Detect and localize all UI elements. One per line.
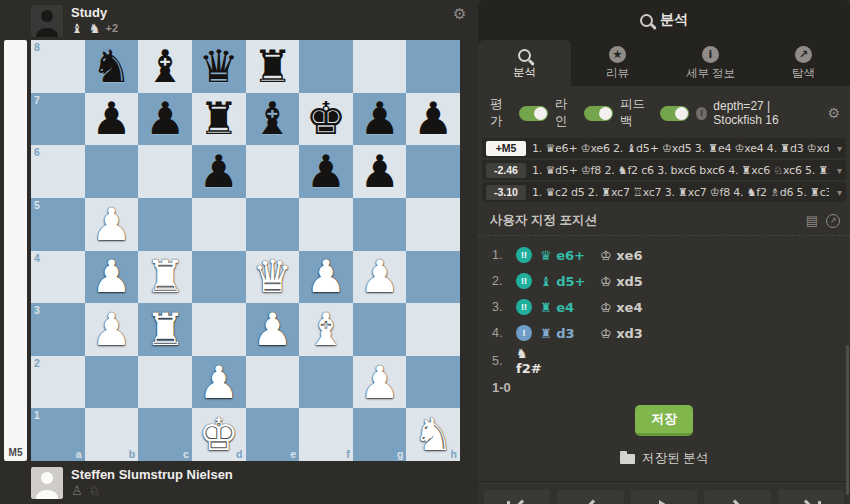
eval-toggle[interactable] bbox=[519, 106, 548, 121]
white-pawn: ♟ bbox=[246, 303, 300, 356]
mate-label: M5 bbox=[4, 447, 27, 458]
rank-label: 3 bbox=[34, 304, 40, 316]
square-a5[interactable]: 5 bbox=[31, 198, 85, 251]
evaluation-bar: M5 bbox=[4, 40, 27, 461]
file-label: g bbox=[397, 448, 403, 460]
square-e6[interactable] bbox=[246, 145, 300, 198]
white-pawn: ♟ bbox=[353, 356, 407, 409]
square-e5[interactable] bbox=[246, 198, 300, 251]
square-a6[interactable]: 6 bbox=[31, 145, 85, 198]
square-g6[interactable]: ♟ bbox=[353, 145, 407, 198]
white-move[interactable]: ♛ e6+ bbox=[540, 248, 600, 263]
square-h3[interactable] bbox=[406, 303, 460, 356]
square-f7[interactable]: ♚ bbox=[299, 93, 353, 146]
engine-bulb-icon: ! bbox=[696, 107, 707, 120]
square-f6[interactable]: ♟ bbox=[299, 145, 353, 198]
move-row: 2. !! ♝ d5+ ♔ xd5 bbox=[492, 268, 850, 294]
file-label: f bbox=[346, 448, 350, 460]
toggle-label-eval: 평가 bbox=[490, 96, 512, 130]
great-move-badge: ! bbox=[516, 325, 532, 341]
white-move[interactable]: ♝ d5+ bbox=[540, 274, 600, 289]
tab-bar: 분석 ★ 리뷰 i 세부 정보 ↗ 탐색 bbox=[478, 40, 850, 86]
black-rook: ♜ bbox=[246, 40, 300, 93]
previous-move-button[interactable] bbox=[557, 490, 623, 504]
white-pawn: ♟ bbox=[353, 251, 407, 304]
square-f3[interactable]: ♝ bbox=[299, 303, 353, 356]
move-row: 1. !! ♛ e6+ ♔ xe6 bbox=[492, 242, 850, 268]
square-b5[interactable]: ♟ bbox=[85, 198, 139, 251]
square-d4[interactable] bbox=[192, 251, 246, 304]
tab-explore[interactable]: ↗ 탐색 bbox=[757, 40, 850, 86]
toggle-label-lines: 라인 bbox=[555, 96, 577, 130]
black-bishop: ♝ bbox=[246, 93, 300, 146]
white-pawn: ♟ bbox=[85, 251, 139, 304]
square-h4[interactable] bbox=[406, 251, 460, 304]
black-move[interactable]: ♔ xd3 bbox=[600, 326, 850, 341]
square-g1[interactable]: g bbox=[353, 408, 407, 461]
square-g2[interactable]: ♟ bbox=[353, 356, 407, 409]
explore-circle-icon[interactable]: ↗ bbox=[826, 214, 840, 228]
square-a3[interactable]: 3 bbox=[31, 303, 85, 356]
square-h5[interactable] bbox=[406, 198, 460, 251]
white-rook: ♜ bbox=[138, 251, 192, 304]
square-a2[interactable]: 2 bbox=[31, 356, 85, 409]
square-e3[interactable]: ♟ bbox=[246, 303, 300, 356]
square-g7[interactable]: ♟ bbox=[353, 93, 407, 146]
first-move-button[interactable] bbox=[484, 490, 550, 504]
navigation-row bbox=[478, 482, 850, 504]
white-bishop: ♝ bbox=[299, 303, 353, 356]
custom-position-header: 사용자 지정 포지션 ▤ ↗ bbox=[478, 206, 850, 236]
scrollbar[interactable] bbox=[846, 345, 849, 495]
black-pawn: ♟ bbox=[138, 93, 192, 146]
white-pawn: ♟ bbox=[85, 303, 139, 356]
square-b8[interactable]: ♞ bbox=[85, 40, 139, 93]
black-pawn: ♟ bbox=[192, 145, 246, 198]
square-a4[interactable]: 4 bbox=[31, 251, 85, 304]
white-queen: ♛ bbox=[246, 251, 300, 304]
engine-line-3[interactable]: -3.10 1. ♛c2 d5 2. ♜xc7 ♖xc7 3. ♜xc7 ♔f8… bbox=[482, 182, 846, 202]
move-row: 4. ! ♜ d3 ♔ xd3 bbox=[492, 320, 850, 346]
bottom-player-bar: Steffen Slumstrup Nielsen ♙ ♘ bbox=[31, 464, 461, 502]
file-label: a bbox=[76, 448, 82, 460]
next-move-button[interactable] bbox=[704, 490, 770, 504]
tab-review[interactable]: ★ 리뷰 bbox=[571, 40, 664, 86]
black-pawn: ♟ bbox=[353, 93, 407, 146]
square-f4[interactable]: ♟ bbox=[299, 251, 353, 304]
line-moves: 1. ♛d5+ ♔f8 2. ♞f2 c6 3. bxc6 bxc6 4. ♜x… bbox=[532, 164, 829, 177]
analysis-app: Study ♝ ♞ +2 ⚙ M5 8♞♝♛♜7♟♟♜♝♚♟♟6♟♟♟5♟4♟♜… bbox=[0, 0, 850, 504]
engine-status: depth=27 | Stockfish 16 bbox=[713, 99, 821, 127]
top-player-bar: Study ♝ ♞ +2 bbox=[31, 2, 461, 40]
square-h1[interactable]: h♞ bbox=[406, 408, 460, 461]
square-c1[interactable]: c bbox=[138, 408, 192, 461]
folder-icon bbox=[620, 454, 635, 464]
square-h2[interactable] bbox=[406, 356, 460, 409]
black-bishop: ♝ bbox=[138, 40, 192, 93]
white-knight: ♞ bbox=[406, 408, 460, 461]
square-a8[interactable]: 8 bbox=[31, 40, 85, 93]
chevron-down-icon[interactable]: ▾ bbox=[837, 187, 842, 198]
white-pawn: ♟ bbox=[299, 251, 353, 304]
square-c8[interactable]: ♝ bbox=[138, 40, 192, 93]
square-c2[interactable] bbox=[138, 356, 192, 409]
square-e4[interactable]: ♛ bbox=[246, 251, 300, 304]
square-a7[interactable]: 7 bbox=[31, 93, 85, 146]
save-button[interactable]: 저장 bbox=[635, 405, 693, 436]
square-g5[interactable] bbox=[353, 198, 407, 251]
material-advantage: +2 bbox=[105, 22, 118, 35]
white-rook: ♜ bbox=[138, 303, 192, 356]
move-row: 3. !! ♜ e4 ♔ xe4 bbox=[492, 294, 850, 320]
engine-settings-gear-icon[interactable]: ⚙ bbox=[827, 105, 840, 121]
notebook-icon[interactable]: ▤ bbox=[806, 213, 818, 228]
analysis-magnifier-icon bbox=[640, 14, 653, 27]
black-pawn: ♟ bbox=[299, 145, 353, 198]
analysis-panel: 분석 분석 ★ 리뷰 i 세부 정보 ↗ 탐색 평가 라인 bbox=[478, 0, 850, 504]
black-pawn: ♟ bbox=[353, 145, 407, 198]
square-e7[interactable]: ♝ bbox=[246, 93, 300, 146]
square-g3[interactable] bbox=[353, 303, 407, 356]
black-move[interactable]: ♔ xe4 bbox=[600, 300, 850, 315]
square-f1[interactable]: f bbox=[299, 408, 353, 461]
move-row: 5. ♞ f2# bbox=[492, 346, 850, 372]
compass-icon: ↗ bbox=[795, 46, 812, 63]
square-g4[interactable]: ♟ bbox=[353, 251, 407, 304]
white-pawn: ♟ bbox=[85, 198, 139, 251]
bottom-player-name: Steffen Slumstrup Nielsen bbox=[71, 467, 233, 483]
move-list: 1. !! ♛ e6+ ♔ xe6 2. !! ♝ d5+ ♔ xd5 3. !… bbox=[478, 236, 850, 372]
black-move[interactable]: ♔ xe6 bbox=[600, 248, 850, 263]
black-move[interactable]: ♔ xd5 bbox=[600, 274, 850, 289]
engine-toggles-row: 평가 라인 피드백 ! depth=27 | Stockfish 16 ⚙ bbox=[478, 86, 850, 136]
square-g8[interactable] bbox=[353, 40, 407, 93]
brilliant-badge: !! bbox=[516, 299, 532, 315]
square-e8[interactable]: ♜ bbox=[246, 40, 300, 93]
square-b4[interactable]: ♟ bbox=[85, 251, 139, 304]
square-d5[interactable] bbox=[192, 198, 246, 251]
square-b1[interactable]: b bbox=[85, 408, 139, 461]
square-h7[interactable]: ♟ bbox=[406, 93, 460, 146]
tab-details[interactable]: i 세부 정보 bbox=[664, 40, 757, 86]
rank-label: 5 bbox=[34, 199, 40, 211]
black-queen: ♛ bbox=[192, 40, 246, 93]
rank-label: 6 bbox=[34, 146, 40, 158]
section-title: 사용자 지정 포지션 bbox=[490, 212, 597, 229]
brilliant-badge: !! bbox=[516, 247, 532, 263]
brilliant-badge: !! bbox=[516, 273, 532, 289]
square-h6[interactable] bbox=[406, 145, 460, 198]
rank-label: 1 bbox=[34, 409, 40, 421]
square-b7[interactable]: ♟ bbox=[85, 93, 139, 146]
eval-badge: -2.46 bbox=[486, 163, 526, 178]
white-king: ♚ bbox=[192, 408, 246, 461]
black-king: ♚ bbox=[299, 93, 353, 146]
square-e2[interactable] bbox=[246, 356, 300, 409]
square-f2[interactable] bbox=[299, 356, 353, 409]
last-move-button[interactable] bbox=[778, 490, 844, 504]
file-label: c bbox=[183, 448, 189, 460]
bottom-player-avatar[interactable] bbox=[31, 467, 63, 499]
magnifier-icon bbox=[518, 49, 531, 62]
square-e1[interactable]: e bbox=[246, 408, 300, 461]
rank-label: 8 bbox=[34, 41, 40, 53]
square-c7[interactable]: ♟ bbox=[138, 93, 192, 146]
square-c4[interactable]: ♜ bbox=[138, 251, 192, 304]
line-moves: 1. ♛c2 d5 2. ♜xc7 ♖xc7 3. ♜xc7 ♔f8 4. ♞f… bbox=[532, 186, 829, 199]
feedback-toggle[interactable] bbox=[660, 106, 689, 121]
captured-pieces-top: ♝ ♞ bbox=[71, 21, 101, 37]
square-c3[interactable]: ♜ bbox=[138, 303, 192, 356]
engine-lines: +M5 1. ♛e6+ ♔xe6 2. ♝d5+ ♔xd5 3. ♜e4 ♔xe… bbox=[478, 136, 850, 206]
panel-header: 분석 bbox=[478, 0, 850, 40]
square-b3[interactable]: ♟ bbox=[85, 303, 139, 356]
eval-badge: -3.10 bbox=[486, 185, 526, 200]
engine-line-1[interactable]: +M5 1. ♛e6+ ♔xe6 2. ♝d5+ ♔xd5 3. ♜e4 ♔xe… bbox=[482, 138, 846, 158]
square-b6[interactable] bbox=[85, 145, 139, 198]
square-d1[interactable]: d♚ bbox=[192, 408, 246, 461]
star-icon: ★ bbox=[609, 46, 626, 63]
lines-toggle[interactable] bbox=[584, 106, 613, 121]
eval-badge: +M5 bbox=[486, 141, 526, 156]
black-pawn: ♟ bbox=[85, 93, 139, 146]
square-h8[interactable] bbox=[406, 40, 460, 93]
square-d2[interactable]: ♟ bbox=[192, 356, 246, 409]
tab-analysis[interactable]: 분석 bbox=[478, 40, 571, 86]
toggle-label-feedback: 피드백 bbox=[620, 96, 653, 130]
square-f5[interactable] bbox=[299, 198, 353, 251]
line-moves: 1. ♛e6+ ♔xe6 2. ♝d5+ ♔xd5 3. ♜e4 ♔xe4 4.… bbox=[532, 142, 829, 155]
black-pawn: ♟ bbox=[406, 93, 460, 146]
white-pawn: ♟ bbox=[192, 356, 246, 409]
saved-analysis-link[interactable]: 저장된 분석 bbox=[478, 450, 850, 467]
square-c5[interactable] bbox=[138, 198, 192, 251]
rank-label: 4 bbox=[34, 252, 40, 264]
engine-line-2[interactable]: -2.46 1. ♛d5+ ♔f8 2. ♞f2 c6 3. bxc6 bxc6… bbox=[482, 160, 846, 180]
white-move[interactable]: ♞ f2# bbox=[516, 346, 540, 376]
chevron-down-icon[interactable]: ▾ bbox=[837, 143, 842, 154]
black-knight: ♞ bbox=[85, 40, 139, 93]
top-player-avatar[interactable] bbox=[31, 5, 63, 37]
panel-title: 분석 bbox=[660, 11, 688, 29]
square-d3[interactable] bbox=[192, 303, 246, 356]
file-label: e bbox=[290, 448, 296, 460]
rank-label: 2 bbox=[34, 357, 40, 369]
square-d8[interactable]: ♛ bbox=[192, 40, 246, 93]
square-d7[interactable]: ♜ bbox=[192, 93, 246, 146]
play-button[interactable] bbox=[631, 490, 697, 504]
white-move[interactable]: ♜ d3 bbox=[540, 326, 600, 341]
captured-pieces-bottom: ♙ ♘ bbox=[71, 483, 101, 499]
info-icon: i bbox=[702, 46, 719, 63]
square-b2[interactable] bbox=[85, 356, 139, 409]
top-player-name: Study bbox=[71, 5, 118, 21]
square-d6[interactable]: ♟ bbox=[192, 145, 246, 198]
file-label: b bbox=[129, 448, 135, 460]
chess-board[interactable]: 8♞♝♛♜7♟♟♜♝♚♟♟6♟♟♟5♟4♟♜♛♟♟3♟♜♟♝2♟♟1abcd♚e… bbox=[31, 40, 460, 461]
rank-label: 7 bbox=[34, 94, 40, 106]
square-a1[interactable]: 1a bbox=[31, 408, 85, 461]
white-move[interactable]: ♜ e4 bbox=[540, 300, 600, 315]
board-settings-gear-icon[interactable]: ⚙ bbox=[453, 5, 466, 23]
black-rook: ♜ bbox=[192, 93, 246, 146]
square-f8[interactable] bbox=[299, 40, 353, 93]
chevron-down-icon[interactable]: ▾ bbox=[837, 165, 842, 176]
square-c6[interactable] bbox=[138, 145, 192, 198]
